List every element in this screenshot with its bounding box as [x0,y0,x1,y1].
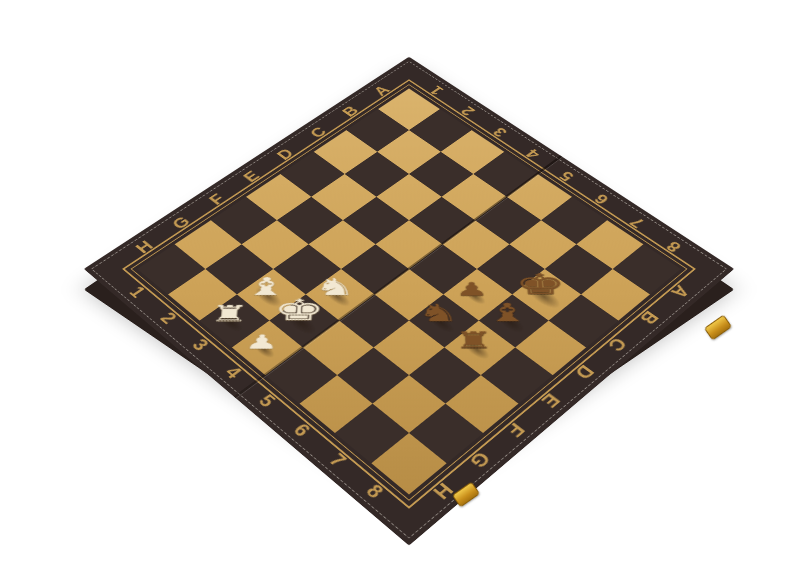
product-photo-stage: AABBCCDDEEFFGGHH1122334455667788 ♚♝♟♜♞♞♝… [0,0,800,572]
playing-area [137,88,680,494]
chess-board: AABBCCDDEEFFGGHH1122334455667788 ♚♝♟♜♞♞♝… [84,57,735,546]
scene: AABBCCDDEEFFGGHH1122334455667788 ♚♝♟♜♞♞♝… [0,0,800,572]
